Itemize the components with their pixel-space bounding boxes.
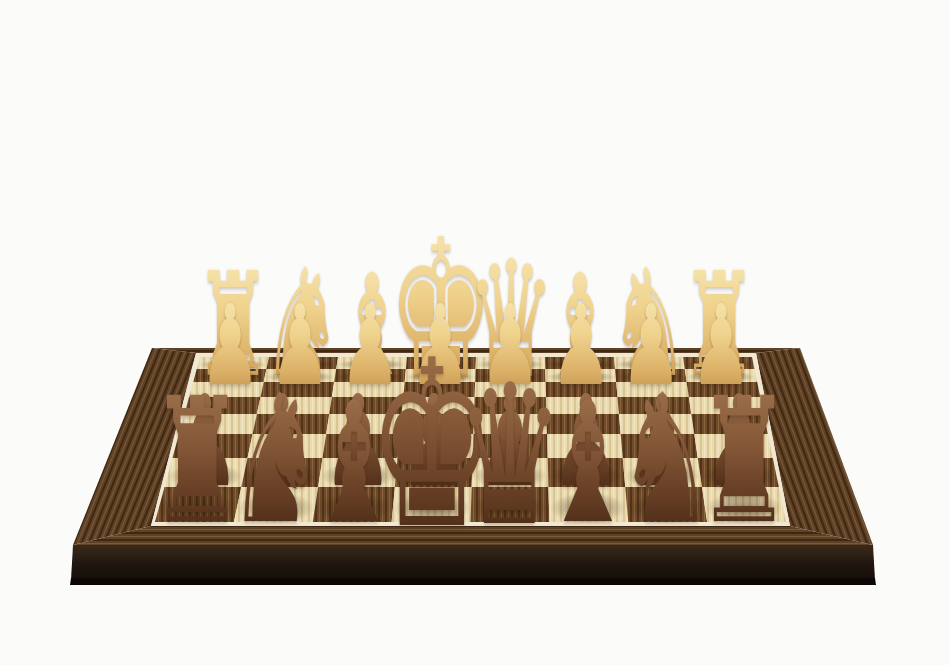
chess-product-photo: ♜♞♝♚♛♝♞♜♟♟♟♟♟♟♟♟♟♟♟♟♟♟♟♟♜♞♝♚♛♝♞♜	[0, 0, 950, 665]
board-bottom-edge	[70, 578, 876, 585]
